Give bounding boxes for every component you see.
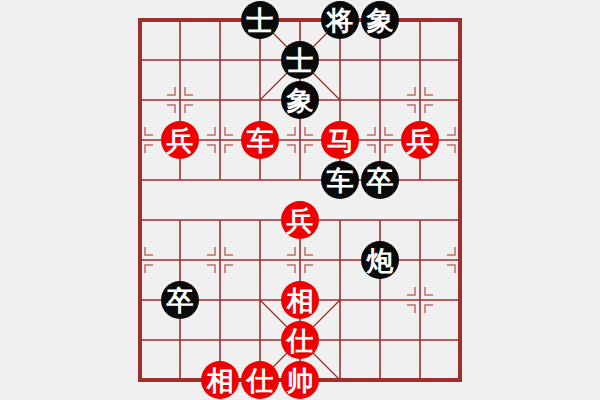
piece-red-pawn-1[interactable]: 兵 [161,121,199,159]
piece-black-pawn-2[interactable]: 卒 [161,281,199,319]
piece-red-horse[interactable]: 马 [321,121,359,159]
piece-black-elephant-2[interactable]: 象 [281,81,319,119]
piece-black-pawn-1[interactable]: 卒 [361,161,399,199]
piece-red-advisor-1[interactable]: 仕 [281,321,319,359]
piece-red-general[interactable]: 帅 [281,361,319,399]
board-grid[interactable]: 士将象士象兵车马兵车卒兵炮卒相仕相仕帅 [120,0,480,400]
piece-red-advisor-2[interactable]: 仕 [241,361,279,399]
piece-red-elephant-2[interactable]: 相 [201,361,239,399]
piece-black-general[interactable]: 将 [321,1,359,39]
piece-black-chariot[interactable]: 车 [321,161,359,199]
piece-red-elephant-1[interactable]: 相 [281,281,319,319]
piece-red-pawn-3[interactable]: 兵 [281,201,319,239]
piece-black-advisor-1[interactable]: 士 [241,1,279,39]
piece-red-pawn-2[interactable]: 兵 [401,121,439,159]
xiangqi-board-screenshot: 士将象士象兵车马兵车卒兵炮卒相仕相仕帅 [0,0,600,400]
piece-black-elephant-1[interactable]: 象 [361,1,399,39]
piece-black-advisor-2[interactable]: 士 [281,41,319,79]
piece-red-chariot[interactable]: 车 [241,121,279,159]
piece-black-cannon[interactable]: 炮 [361,241,399,279]
